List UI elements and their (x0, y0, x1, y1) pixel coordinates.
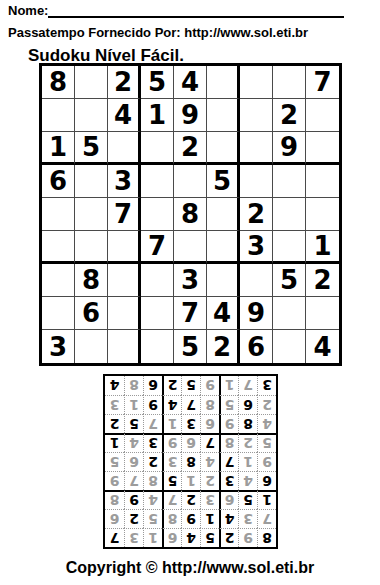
sudoku-cell-r8c6: 4 (207, 297, 240, 330)
solution-cell-r1c2: 9 (238, 528, 257, 547)
sudoku-cell-r2c6[interactable] (207, 99, 240, 132)
sudoku-cell-r2c1[interactable] (42, 99, 75, 132)
sudoku-cell-r1c6[interactable] (207, 66, 240, 99)
sudoku-cell-r5c3: 7 (108, 198, 141, 231)
solution-cell-r3c2: 5 (238, 490, 257, 509)
solution-cell-r7c6: 1 (162, 414, 181, 433)
sudoku-cell-r1c9: 7 (306, 66, 339, 99)
sudoku-cell-r5c1[interactable] (42, 198, 75, 231)
solution-cell-r5c9: 5 (105, 452, 124, 471)
sudoku-cell-r1c2[interactable] (75, 66, 108, 99)
sudoku-cell-r9c8[interactable] (273, 330, 306, 363)
sudoku-cell-r3c1: 1 (42, 132, 75, 165)
solution-cell-r2c1: 7 (257, 509, 276, 528)
solution-board-container: 8925461377341985261563274986432158799174… (103, 374, 278, 549)
provider-text: Passatempo Fornecido Por: http://www.sol… (8, 25, 372, 40)
sudoku-cell-r3c2: 5 (75, 132, 108, 165)
name-label: Nome: (8, 3, 48, 18)
solution-cell-r8c3: 5 (219, 395, 238, 414)
solution-cell-r3c5: 2 (181, 490, 200, 509)
sudoku-cell-r3c9[interactable] (306, 132, 339, 165)
name-row: Nome: (8, 3, 372, 18)
solution-cell-r8c7: 9 (143, 395, 162, 414)
sudoku-cell-r2c2[interactable] (75, 99, 108, 132)
sudoku-cell-r7c5: 3 (174, 264, 207, 297)
solution-cell-r9c6: 2 (162, 376, 181, 395)
solution-cell-r7c3: 9 (219, 414, 238, 433)
solution-cell-r3c4: 3 (200, 490, 219, 509)
sudoku-cell-r6c5[interactable] (174, 231, 207, 264)
sudoku-cell-r6c1[interactable] (42, 231, 75, 264)
solution-cell-r5c1: 9 (257, 452, 276, 471)
solution-cell-r5c8: 6 (124, 452, 143, 471)
sudoku-cell-r8c1[interactable] (42, 297, 75, 330)
sudoku-cell-r4c9[interactable] (306, 165, 339, 198)
worksheet-page: Nome: Passatempo Fornecido Por: http://w… (0, 0, 380, 585)
solution-cell-r9c3: 1 (219, 376, 238, 395)
solution-cell-r3c9: 8 (105, 490, 124, 509)
sudoku-cell-r4c6: 5 (207, 165, 240, 198)
solution-cell-r3c1: 1 (257, 490, 276, 509)
sudoku-cell-r5c2[interactable] (75, 198, 108, 231)
solution-cell-r1c4: 5 (200, 528, 219, 547)
solution-cell-r5c4: 4 (200, 452, 219, 471)
solution-cell-r9c4: 9 (200, 376, 219, 395)
sudoku-cell-r4c4[interactable] (141, 165, 174, 198)
sudoku-cell-r4c8[interactable] (273, 165, 306, 198)
sudoku-cell-r4c1: 6 (42, 165, 75, 198)
sudoku-cell-r6c6[interactable] (207, 231, 240, 264)
sudoku-cell-r3c6[interactable] (207, 132, 240, 165)
sudoku-cell-r5c5: 8 (174, 198, 207, 231)
solution-cell-r1c6: 6 (162, 528, 181, 547)
solution-cell-r6c9: 1 (105, 433, 124, 452)
solution-cell-r3c6: 7 (162, 490, 181, 509)
sudoku-cell-r3c4[interactable] (141, 132, 174, 165)
solution-cell-r1c3: 2 (219, 528, 238, 547)
solution-cell-r8c2: 6 (238, 395, 257, 414)
sudoku-cell-r4c2[interactable] (75, 165, 108, 198)
sudoku-cell-r2c8: 2 (273, 99, 306, 132)
solution-cell-r8c6: 4 (162, 395, 181, 414)
copyright-text: Copyright © http://www.sol.eti.br (0, 559, 380, 577)
sudoku-cell-r2c7[interactable] (240, 99, 273, 132)
solution-cell-r6c4: 7 (200, 433, 219, 452)
solution-cell-r1c5: 4 (181, 528, 200, 547)
sudoku-cell-r8c4[interactable] (141, 297, 174, 330)
solution-cell-r9c8: 8 (124, 376, 143, 395)
sudoku-cell-r8c2: 6 (75, 297, 108, 330)
sudoku-cell-r4c3: 3 (108, 165, 141, 198)
solution-cell-r7c2: 8 (238, 414, 257, 433)
sudoku-cell-r7c4[interactable] (141, 264, 174, 297)
solution-cell-r2c5: 9 (181, 509, 200, 528)
sudoku-cell-r9c9: 4 (306, 330, 339, 363)
sudoku-cell-r5c4[interactable] (141, 198, 174, 231)
solution-cell-r5c3: 7 (219, 452, 238, 471)
solution-cell-r4c9: 9 (105, 471, 124, 490)
sudoku-cell-r7c7[interactable] (240, 264, 273, 297)
sudoku-cell-r9c3[interactable] (108, 330, 141, 363)
solution-cell-r4c1: 6 (257, 471, 276, 490)
sudoku-cell-r9c4[interactable] (141, 330, 174, 363)
solution-cell-r7c9: 2 (105, 414, 124, 433)
solution-cell-r9c2: 7 (238, 376, 257, 395)
sudoku-cell-r8c8[interactable] (273, 297, 306, 330)
name-fill-in-line[interactable] (48, 4, 344, 18)
sudoku-cell-r3c7[interactable] (240, 132, 273, 165)
solution-cell-r7c1: 4 (257, 414, 276, 433)
sudoku-cell-r3c5: 2 (174, 132, 207, 165)
sudoku-cell-r9c7: 6 (240, 330, 273, 363)
solution-cell-r5c2: 1 (238, 452, 257, 471)
sudoku-cell-r6c2[interactable] (75, 231, 108, 264)
sudoku-cell-r4c5[interactable] (174, 165, 207, 198)
solution-cell-r4c3: 3 (219, 471, 238, 490)
solution-cell-r6c6: 9 (162, 433, 181, 452)
solution-cell-r3c3: 6 (219, 490, 238, 509)
solution-cell-r4c6: 5 (162, 471, 181, 490)
solution-cell-r2c9: 6 (105, 509, 124, 528)
solution-cell-r4c5: 1 (181, 471, 200, 490)
sudoku-cell-r6c7: 3 (240, 231, 273, 264)
solution-cell-r2c3: 4 (219, 509, 238, 528)
sudoku-cell-r6c9: 1 (306, 231, 339, 264)
sudoku-cell-r7c9: 2 (306, 264, 339, 297)
solution-cell-r6c2: 2 (238, 433, 257, 452)
sudoku-cell-r2c3: 4 (108, 99, 141, 132)
sudoku-cell-r3c8: 9 (273, 132, 306, 165)
worksheet-header: Nome: Passatempo Fornecido Por: http://w… (8, 3, 372, 66)
solution-cell-r1c9: 7 (105, 528, 124, 547)
solution-cell-r1c7: 1 (143, 528, 162, 547)
sudoku-cell-r2c5: 9 (174, 99, 207, 132)
solution-cell-r6c7: 3 (143, 433, 162, 452)
sudoku-cell-r9c2[interactable] (75, 330, 108, 363)
solution-cell-r6c5: 6 (181, 433, 200, 452)
solution-cell-r8c5: 7 (181, 395, 200, 414)
solution-cell-r2c7: 5 (143, 509, 162, 528)
solution-cell-r8c4: 8 (200, 395, 219, 414)
solution-cell-r7c8: 5 (124, 414, 143, 433)
sudoku-cell-r6c8[interactable] (273, 231, 306, 264)
solution-cell-r9c9: 4 (105, 376, 124, 395)
solution-cell-r1c1: 8 (257, 528, 276, 547)
sudoku-cell-r9c1: 3 (42, 330, 75, 363)
sudoku-cell-r9c5: 5 (174, 330, 207, 363)
solution-cell-r4c2: 4 (238, 471, 257, 490)
solution-cell-r2c8: 2 (124, 509, 143, 528)
sudoku-cell-r2c4: 1 (141, 99, 174, 132)
solution-cell-r2c2: 3 (238, 509, 257, 528)
solution-cell-r2c4: 1 (200, 509, 219, 528)
sudoku-cell-r7c8: 5 (273, 264, 306, 297)
solution-cell-r6c3: 8 (219, 433, 238, 452)
solution-cell-r8c8: 1 (124, 395, 143, 414)
sudoku-cell-r4c7[interactable] (240, 165, 273, 198)
sudoku-cell-r1c4: 5 (141, 66, 174, 99)
sudoku-cell-r1c8[interactable] (273, 66, 306, 99)
solution-cell-r3c7: 4 (143, 490, 162, 509)
solution-cell-r5c7: 2 (143, 452, 162, 471)
solution-cell-r8c1: 2 (257, 395, 276, 414)
solution-cell-r7c5: 3 (181, 414, 200, 433)
solution-cell-r9c5: 5 (181, 376, 200, 395)
sudoku-cell-r1c3: 2 (108, 66, 141, 99)
solution-cell-r4c4: 2 (200, 471, 219, 490)
solution-cell-r6c1: 5 (257, 433, 276, 452)
sudoku-cell-r2c9[interactable] (306, 99, 339, 132)
sudoku-cell-r7c3[interactable] (108, 264, 141, 297)
sudoku-cell-r5c7: 2 (240, 198, 273, 231)
sudoku-cell-r6c3[interactable] (108, 231, 141, 264)
sudoku-cell-r1c7[interactable] (240, 66, 273, 99)
solution-cell-r7c7: 7 (143, 414, 162, 433)
sudoku-cell-r5c9[interactable] (306, 198, 339, 231)
sudoku-cell-r5c8[interactable] (273, 198, 306, 231)
sudoku-cell-r9c6: 2 (207, 330, 240, 363)
sudoku-cell-r7c6[interactable] (207, 264, 240, 297)
sudoku-cell-r7c1[interactable] (42, 264, 75, 297)
solution-cell-r5c6: 3 (162, 452, 181, 471)
sudoku-cell-r3c3[interactable] (108, 132, 141, 165)
solution-cell-r8c9: 3 (105, 395, 124, 414)
solution-board-rotated: 8925461377341985261563274986432158799174… (103, 374, 278, 549)
sudoku-cell-r8c3[interactable] (108, 297, 141, 330)
solution-cell-r6c8: 4 (124, 433, 143, 452)
solution-cell-r9c1: 3 (257, 376, 276, 395)
solution-cell-r1c8: 3 (124, 528, 143, 547)
sudoku-cell-r8c7: 9 (240, 297, 273, 330)
sudoku-cell-r8c5: 7 (174, 297, 207, 330)
solution-cell-r4c7: 8 (143, 471, 162, 490)
sudoku-cell-r8c9[interactable] (306, 297, 339, 330)
solution-cell-r7c4: 6 (200, 414, 219, 433)
sudoku-cell-r5c6[interactable] (207, 198, 240, 231)
solution-cell-r9c7: 6 (143, 376, 162, 395)
sudoku-board[interactable]: 82547419215296357827318352674935264 (39, 63, 342, 366)
sudoku-cell-r1c1: 8 (42, 66, 75, 99)
sudoku-cell-r6c4: 7 (141, 231, 174, 264)
sudoku-cell-r7c2: 8 (75, 264, 108, 297)
sudoku-cell-r1c5: 4 (174, 66, 207, 99)
solution-cell-r2c6: 8 (162, 509, 181, 528)
solution-cell-r5c5: 8 (181, 452, 200, 471)
solution-cell-r3c8: 9 (124, 490, 143, 509)
solution-cell-r4c8: 7 (124, 471, 143, 490)
